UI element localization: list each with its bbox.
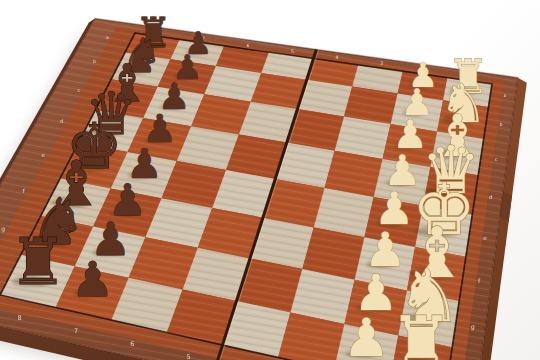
frame-label-far-rank-4: 4	[335, 55, 338, 60]
frame-label-left-file-a: a	[106, 35, 109, 40]
piece-black-rook-h8[interactable]: ♜	[9, 224, 67, 299]
frame-label-right-file-a: a	[504, 93, 507, 98]
frame-label-near-rank-5: 5	[187, 353, 191, 360]
chessboard-photo-scene: 8877665544332211aabbccddeeffgghh♜♟♟♜♞♟♟♞…	[0, 0, 540, 360]
frame-label-left-file-c: c	[78, 87, 81, 93]
frame-label-right-file-g: g	[471, 323, 475, 331]
frame-label-near-rank-8: 8	[18, 314, 22, 322]
frame-label-near-rank-7: 7	[74, 327, 78, 335]
frame-label-left-file-g: g	[1, 225, 5, 233]
frame-label-far-rank-5: 5	[291, 49, 294, 54]
piece-black-pawn-h7[interactable]: ♟	[71, 251, 114, 307]
piece-white-pawn-h2[interactable]: ♟	[343, 307, 390, 360]
frame-label-right-file-c: c	[495, 156, 498, 162]
piece-white-rook-h1[interactable]: ♜	[389, 300, 454, 360]
frame-label-right-file-d: d	[489, 194, 492, 200]
frame-label-left-file-d: d	[60, 118, 63, 124]
frame-label-left-file-b: b	[93, 59, 96, 64]
frame-label-right-file-e: e	[483, 235, 487, 241]
frame-label-far-rank-6: 6	[247, 43, 250, 48]
frame-label-right-file-b: b	[499, 122, 502, 127]
folding-chessboard: 8877665544332211aabbccddeeffgghh♜♟♟♜♞♟♟♞…	[0, 0, 540, 360]
frame-label-far-rank-3: 3	[380, 60, 383, 66]
frame-label-near-rank-6: 6	[130, 340, 134, 348]
frame-label-left-file-e: e	[42, 152, 46, 158]
